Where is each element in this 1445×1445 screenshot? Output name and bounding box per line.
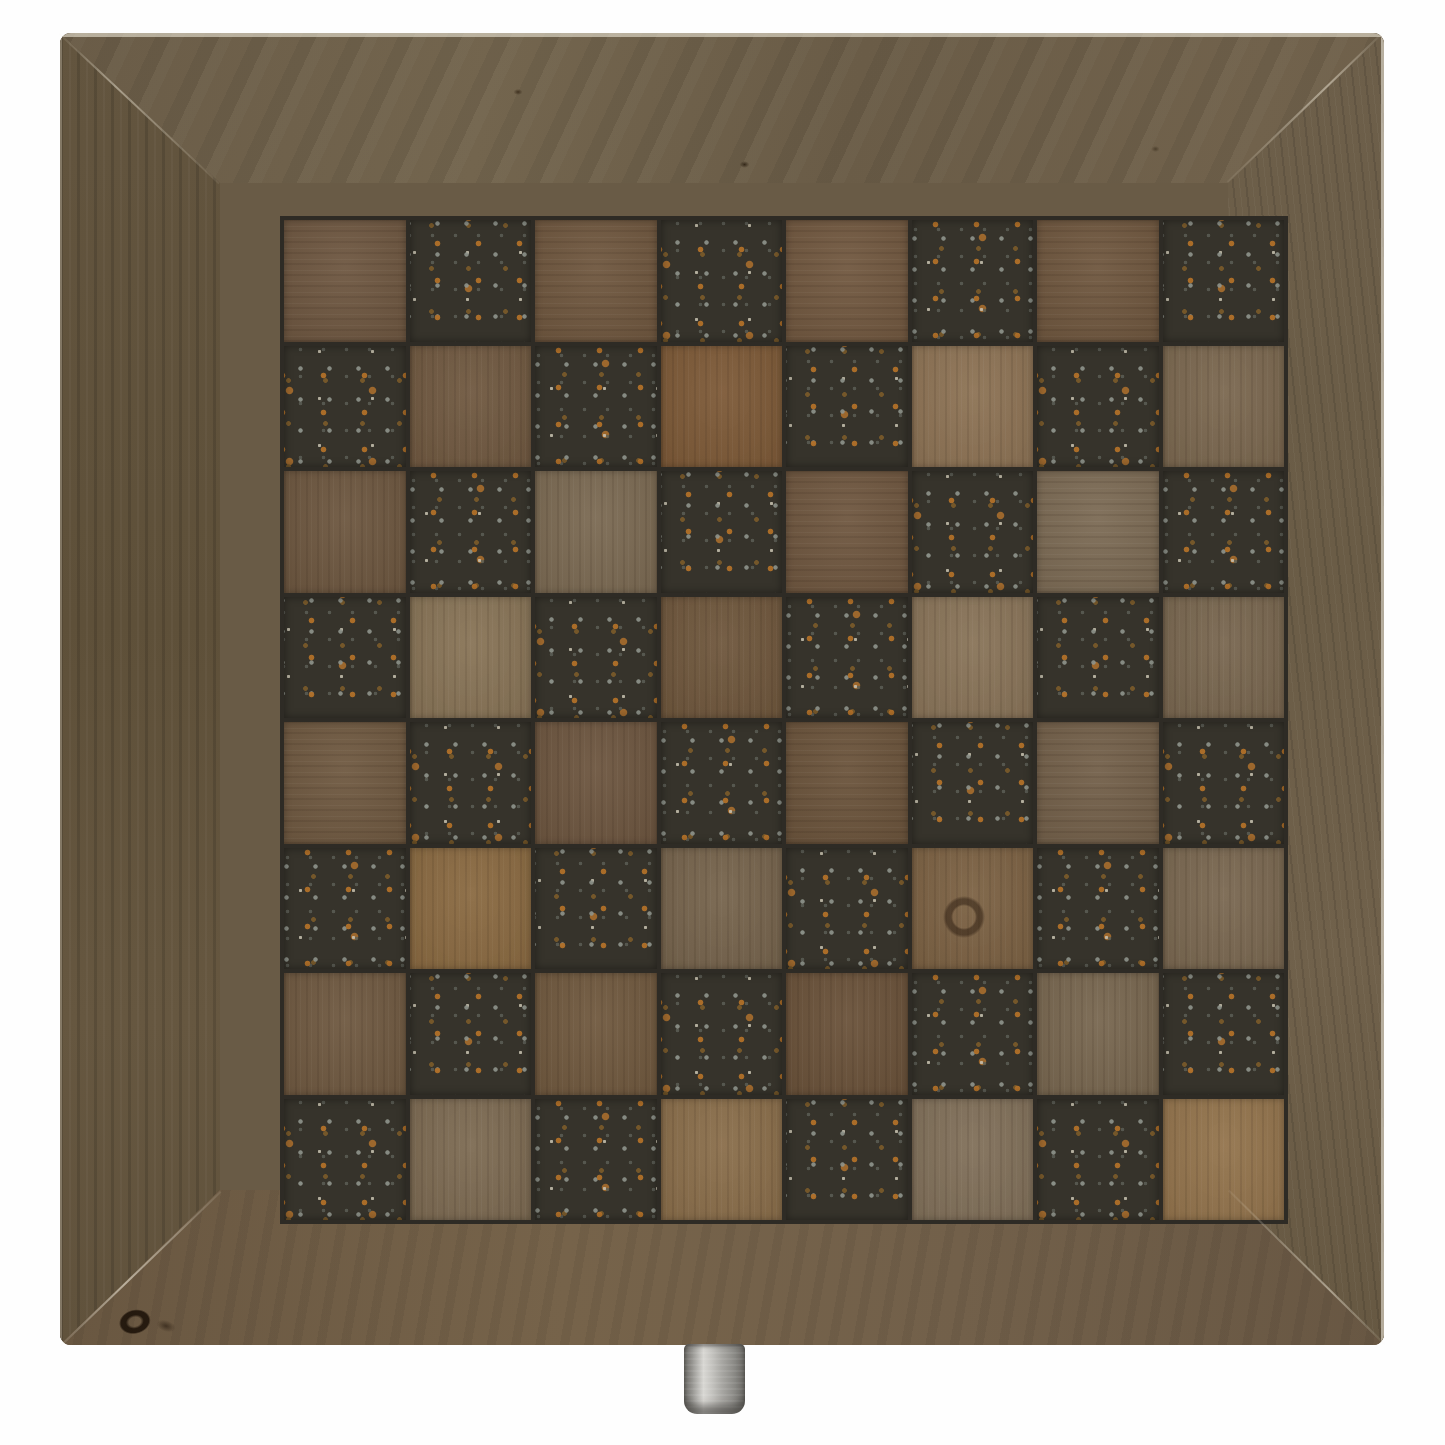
square-d4 [661, 722, 783, 844]
square-f1 [912, 1099, 1034, 1221]
metal-peg [684, 1344, 745, 1414]
square-g1 [1037, 1099, 1159, 1221]
square-c6 [535, 471, 657, 593]
square-c8 [535, 220, 657, 342]
square-b7 [410, 346, 532, 468]
square-g6 [1037, 471, 1159, 593]
board-photo [0, 0, 1445, 1445]
square-h6 [1163, 471, 1285, 593]
square-e8 [786, 220, 908, 342]
square-g3 [1037, 848, 1159, 970]
square-d5 [661, 597, 783, 719]
square-h5 [1163, 597, 1285, 719]
square-a4 [284, 722, 406, 844]
square-c1 [535, 1099, 657, 1221]
square-c5 [535, 597, 657, 719]
square-b2 [410, 973, 532, 1095]
square-f3 [912, 848, 1034, 970]
square-f5 [912, 597, 1034, 719]
square-g5 [1037, 597, 1159, 719]
square-d1 [661, 1099, 783, 1221]
square-d3 [661, 848, 783, 970]
square-c2 [535, 973, 657, 1095]
square-g2 [1037, 973, 1159, 1095]
square-g8 [1037, 220, 1159, 342]
square-e2 [786, 973, 908, 1095]
square-a1 [284, 1099, 406, 1221]
square-f7 [912, 346, 1034, 468]
square-h1 [1163, 1099, 1285, 1221]
square-e7 [786, 346, 908, 468]
square-d6 [661, 471, 783, 593]
square-b6 [410, 471, 532, 593]
square-d8 [661, 220, 783, 342]
square-a3 [284, 848, 406, 970]
square-f8 [912, 220, 1034, 342]
square-e6 [786, 471, 908, 593]
square-h2 [1163, 973, 1285, 1095]
square-e5 [786, 597, 908, 719]
square-c7 [535, 346, 657, 468]
square-b4 [410, 722, 532, 844]
square-b8 [410, 220, 532, 342]
square-h7 [1163, 346, 1285, 468]
square-f2 [912, 973, 1034, 1095]
square-f4 [912, 722, 1034, 844]
square-b5 [410, 597, 532, 719]
chess-board [280, 216, 1288, 1224]
square-b3 [410, 848, 532, 970]
square-c3 [535, 848, 657, 970]
square-a7 [284, 346, 406, 468]
square-f6 [912, 471, 1034, 593]
square-h3 [1163, 848, 1285, 970]
square-g7 [1037, 346, 1159, 468]
square-h8 [1163, 220, 1285, 342]
square-d2 [661, 973, 783, 1095]
square-a6 [284, 471, 406, 593]
square-c4 [535, 722, 657, 844]
square-a5 [284, 597, 406, 719]
square-e4 [786, 722, 908, 844]
square-e3 [786, 848, 908, 970]
square-h4 [1163, 722, 1285, 844]
square-e1 [786, 1099, 908, 1221]
square-a2 [284, 973, 406, 1095]
square-d7 [661, 346, 783, 468]
square-g4 [1037, 722, 1159, 844]
chessboard-box [60, 33, 1384, 1345]
square-a8 [284, 220, 406, 342]
square-b1 [410, 1099, 532, 1221]
